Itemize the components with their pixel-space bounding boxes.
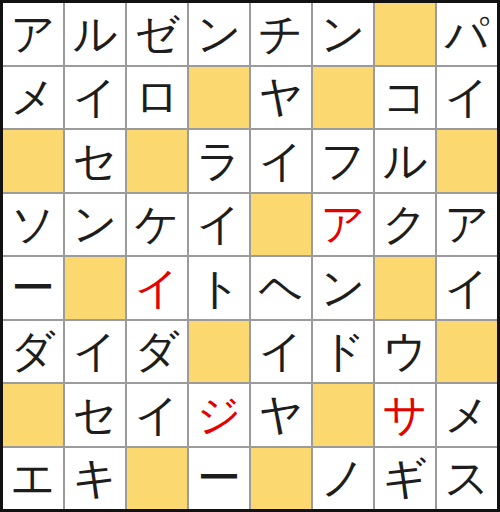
letter-cell[interactable]: セ xyxy=(65,384,125,446)
letter-cell[interactable]: イ xyxy=(127,257,187,319)
letter-cell[interactable]: ダ xyxy=(127,321,187,383)
letter-glyph: ゼ xyxy=(134,12,179,56)
letter-glyph: エ xyxy=(10,456,55,500)
blocked-cell xyxy=(437,321,497,383)
letter-cell[interactable]: ー xyxy=(3,257,63,319)
letter-glyph: ギ xyxy=(382,456,427,500)
letter-glyph: フ xyxy=(320,139,365,183)
letter-cell[interactable]: イ xyxy=(437,257,497,319)
blocked-cell xyxy=(189,321,249,383)
letter-glyph: ド xyxy=(320,329,365,373)
letter-cell[interactable]: メ xyxy=(437,384,497,446)
letter-cell[interactable]: イ xyxy=(437,67,497,129)
letter-glyph: ア xyxy=(10,12,55,56)
letter-glyph: セ xyxy=(72,139,117,183)
letter-cell[interactable]: サ xyxy=(375,384,435,446)
letter-cell[interactable]: セ xyxy=(65,130,125,192)
letter-cell[interactable]: メ xyxy=(3,67,63,129)
blocked-cell xyxy=(375,3,435,65)
letter-cell[interactable]: キ xyxy=(65,448,125,510)
letter-cell[interactable]: ア xyxy=(313,194,373,256)
blocked-cell xyxy=(313,384,373,446)
letter-cell[interactable]: ス xyxy=(437,448,497,510)
letter-cell[interactable]: イ xyxy=(65,321,125,383)
letter-cell[interactable]: ン xyxy=(313,3,373,65)
letter-glyph: ダ xyxy=(134,329,179,373)
blocked-cell xyxy=(313,67,373,129)
letter-cell[interactable]: ル xyxy=(65,3,125,65)
letter-cell[interactable]: エ xyxy=(3,448,63,510)
letter-glyph: イ xyxy=(134,393,179,437)
letter-cell[interactable]: ソ xyxy=(3,194,63,256)
letter-cell[interactable]: イ xyxy=(65,67,125,129)
letter-glyph: ラ xyxy=(196,139,241,183)
key-letter-glyph: サ xyxy=(382,393,427,437)
letter-glyph: ウ xyxy=(382,329,427,373)
letter-glyph: イ xyxy=(72,75,117,119)
letter-cell[interactable]: ン xyxy=(65,194,125,256)
letter-glyph: ー xyxy=(11,266,55,310)
letter-glyph: メ xyxy=(444,393,489,437)
blocked-cell xyxy=(251,448,311,510)
letter-cell[interactable]: ル xyxy=(375,130,435,192)
letter-glyph: ン xyxy=(196,12,241,56)
letter-cell[interactable]: ン xyxy=(313,257,373,319)
letter-cell[interactable]: ヤ xyxy=(251,67,311,129)
letter-glyph: イ xyxy=(72,329,117,373)
letter-cell[interactable]: ア xyxy=(437,194,497,256)
key-letter-glyph: イ xyxy=(134,266,179,310)
letter-cell[interactable]: チ xyxy=(251,3,311,65)
letter-glyph: ダ xyxy=(10,329,55,373)
letter-glyph: ク xyxy=(382,202,427,246)
letter-glyph: ロ xyxy=(134,75,179,119)
letter-cell[interactable]: ア xyxy=(3,3,63,65)
letter-cell[interactable]: フ xyxy=(313,130,373,192)
letter-glyph: ト xyxy=(196,266,241,310)
letter-cell[interactable]: ラ xyxy=(189,130,249,192)
letter-glyph: イ xyxy=(196,202,241,246)
blocked-cell xyxy=(437,130,497,192)
letter-cell[interactable]: ケ xyxy=(127,194,187,256)
letter-cell[interactable]: ノ xyxy=(313,448,373,510)
letter-cell[interactable]: ダ xyxy=(3,321,63,383)
blocked-cell xyxy=(189,67,249,129)
letter-glyph: ル xyxy=(72,12,117,56)
letter-cell[interactable]: イ xyxy=(251,130,311,192)
key-letter-glyph: ジ xyxy=(196,393,241,437)
letter-glyph: ス xyxy=(444,456,489,500)
letter-cell[interactable]: イ xyxy=(127,384,187,446)
letter-cell[interactable]: ヘ xyxy=(251,257,311,319)
letter-glyph: イ xyxy=(258,329,303,373)
letter-cell[interactable]: ー xyxy=(189,448,249,510)
blocked-cell xyxy=(375,257,435,319)
letter-glyph: ン xyxy=(320,12,365,56)
letter-glyph: ア xyxy=(444,202,489,246)
letter-cell[interactable]: ド xyxy=(313,321,373,383)
letter-cell[interactable]: ギ xyxy=(375,448,435,510)
letter-glyph: ソ xyxy=(10,202,55,246)
key-letter-glyph: ア xyxy=(320,202,365,246)
letter-glyph: ー xyxy=(197,456,241,500)
letter-cell[interactable]: イ xyxy=(251,321,311,383)
letter-cell[interactable]: イ xyxy=(189,194,249,256)
letter-glyph: パ xyxy=(444,12,489,56)
letter-glyph: イ xyxy=(444,75,489,119)
crossword-board: アルゼンチンパメイロヤコイセライフルソンケイアクアーイトヘンイダイダイドウセイジ… xyxy=(0,0,500,512)
letter-glyph: ル xyxy=(382,139,427,183)
letter-glyph: ヤ xyxy=(258,393,303,437)
blocked-cell xyxy=(3,130,63,192)
letter-glyph: チ xyxy=(258,12,303,56)
letter-glyph: ケ xyxy=(134,202,179,246)
letter-glyph: ヤ xyxy=(258,75,303,119)
letter-cell[interactable]: コ xyxy=(375,67,435,129)
letter-glyph: イ xyxy=(444,266,489,310)
blocked-cell xyxy=(3,384,63,446)
letter-glyph: ン xyxy=(72,202,117,246)
blocked-cell xyxy=(127,130,187,192)
letter-cell[interactable]: パ xyxy=(437,3,497,65)
letter-cell[interactable]: ヤ xyxy=(251,384,311,446)
letter-glyph: コ xyxy=(382,75,427,119)
letter-cell[interactable]: ク xyxy=(375,194,435,256)
letter-glyph: メ xyxy=(10,75,55,119)
letter-cell[interactable]: ロ xyxy=(127,67,187,129)
blocked-cell xyxy=(251,194,311,256)
letter-glyph: イ xyxy=(258,139,303,183)
letter-cell[interactable]: ゼ xyxy=(127,3,187,65)
letter-cell[interactable]: ン xyxy=(189,3,249,65)
letter-glyph: ン xyxy=(320,266,365,310)
letter-cell[interactable]: ジ xyxy=(189,384,249,446)
letter-cell[interactable]: ト xyxy=(189,257,249,319)
blocked-cell xyxy=(127,448,187,510)
letter-glyph: セ xyxy=(72,393,117,437)
letter-glyph: ノ xyxy=(320,456,365,500)
blocked-cell xyxy=(65,257,125,319)
letter-cell[interactable]: ウ xyxy=(375,321,435,383)
letter-glyph: ヘ xyxy=(258,266,303,310)
letter-glyph: キ xyxy=(72,456,117,500)
